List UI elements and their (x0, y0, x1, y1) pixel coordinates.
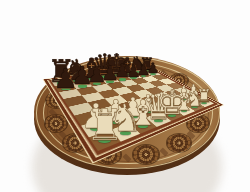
piece-white-rook[interactable]: ♜ (196, 87, 212, 105)
chess-set-photo: ♜♞♝♛♚♝♞♜♟♟♟♟♟♟♟♟♟♟♟♟♟♟♟♟♜♞♝♛♚♝♞♜ (0, 0, 250, 192)
piece-black-pawn[interactable]: ♟ (146, 61, 159, 75)
pieces-layer: ♜♞♝♛♚♝♞♜♟♟♟♟♟♟♟♟♟♟♟♟♟♟♟♟♜♞♝♛♚♝♞♜ (0, 0, 250, 192)
